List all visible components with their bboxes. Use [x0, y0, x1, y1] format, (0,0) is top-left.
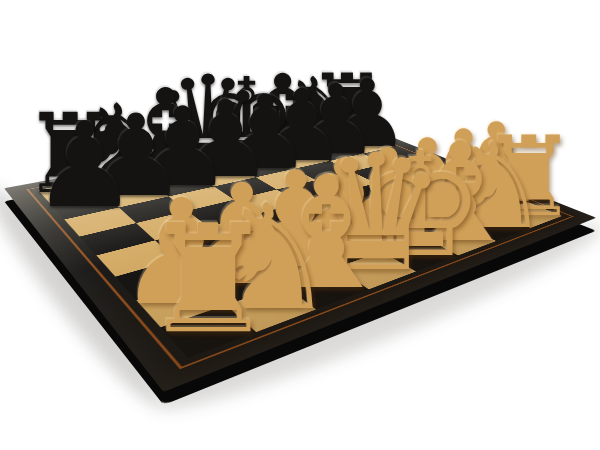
product-photo-scene: ♜♞♝♛♚♝♞♜♟♟♟♟♟♟♟♟♟♟♟♟♟♟♟♟♜♞♝♛♚♝♞♜: [0, 0, 600, 450]
piece-white-rook-a1[interactable]: ♜: [111, 205, 305, 354]
pieces-layer: ♜♞♝♛♚♝♞♜♟♟♟♟♟♟♟♟♟♟♟♟♟♟♟♟♜♞♝♛♚♝♞♜: [0, 0, 600, 450]
